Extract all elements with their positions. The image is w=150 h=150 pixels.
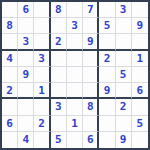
cell-r8c5-given-1[interactable]: 1 [67,116,83,132]
cell-r6c8-empty[interactable] [116,83,132,99]
cell-r4c4-empty[interactable] [51,51,67,67]
cell-r3c6-given-9[interactable]: 9 [83,34,99,50]
cell-r7c8-given-2[interactable]: 2 [116,99,132,115]
cell-r9c6-given-6[interactable]: 6 [83,132,99,148]
cell-r5c1-empty[interactable] [2,67,18,83]
cell-r3c7-empty[interactable] [99,34,115,50]
cell-r4c6-empty[interactable] [83,51,99,67]
cell-r5c6-empty[interactable] [83,67,99,83]
cell-r7c7-empty[interactable] [99,99,115,115]
cell-r2c8-empty[interactable] [116,18,132,34]
cell-r9c7-empty[interactable] [99,132,115,148]
cell-r5c7-empty[interactable] [99,67,115,83]
cell-r5c2-given-9[interactable]: 9 [18,67,34,83]
cell-r1c2-given-6[interactable]: 6 [18,2,34,18]
cell-r3c9-empty[interactable] [132,34,148,50]
cell-r8c2-empty[interactable] [18,116,34,132]
cell-r4c7-given-2[interactable]: 2 [99,51,115,67]
cell-r2c3-empty[interactable] [34,18,50,34]
cell-r8c8-empty[interactable] [116,116,132,132]
cell-r4c2-empty[interactable] [18,51,34,67]
cell-r2c9-given-9[interactable]: 9 [132,18,148,34]
cell-r4c9-given-1[interactable]: 1 [132,51,148,67]
cell-r7c9-empty[interactable] [132,99,148,115]
cell-r5c4-empty[interactable] [51,67,67,83]
cell-r6c4-empty[interactable] [51,83,67,99]
cell-r4c8-empty[interactable] [116,51,132,67]
cell-r6c1-given-2[interactable]: 2 [2,83,18,99]
cell-r7c3-empty[interactable] [34,99,50,115]
cell-r3c8-empty[interactable] [116,34,132,50]
cell-r3c5-empty[interactable] [67,34,83,50]
cell-r6c2-empty[interactable] [18,83,34,99]
cell-r7c6-given-8[interactable]: 8 [83,99,99,115]
cell-r3c4-given-2[interactable]: 2 [51,34,67,50]
cell-r8c9-given-5[interactable]: 5 [132,116,148,132]
cell-r5c5-empty[interactable] [67,67,83,83]
cell-r3c2-given-3[interactable]: 3 [18,34,34,50]
cell-r6c3-given-1[interactable]: 1 [34,83,50,99]
cell-r9c2-given-4[interactable]: 4 [18,132,34,148]
cell-r7c5-empty[interactable] [67,99,83,115]
cell-r1c1-empty[interactable] [2,2,18,18]
cell-r2c7-given-5[interactable]: 5 [99,18,115,34]
cell-r9c9-empty[interactable] [132,132,148,148]
cell-r1c7-empty[interactable] [99,2,115,18]
cell-r1c8-given-3[interactable]: 3 [116,2,132,18]
cell-r3c1-empty[interactable] [2,34,18,50]
cell-r4c3-given-3[interactable]: 3 [34,51,50,67]
cell-r8c4-empty[interactable] [51,116,67,132]
cell-r2c1-given-8[interactable]: 8 [2,18,18,34]
cell-r8c1-given-6[interactable]: 6 [2,116,18,132]
cell-r1c3-empty[interactable] [34,2,50,18]
cell-r9c8-given-9[interactable]: 9 [116,132,132,148]
cell-r5c9-empty[interactable] [132,67,148,83]
cell-r6c7-given-9[interactable]: 9 [99,83,115,99]
cell-r8c6-empty[interactable] [83,116,99,132]
cell-r9c1-empty[interactable] [2,132,18,148]
cell-r5c8-given-5[interactable]: 5 [116,67,132,83]
cell-r1c4-given-8[interactable]: 8 [51,2,67,18]
cell-r9c3-empty[interactable] [34,132,50,148]
cell-r4c5-empty[interactable] [67,51,83,67]
cell-r8c3-given-2[interactable]: 2 [34,116,50,132]
cell-r2c5-given-3[interactable]: 3 [67,18,83,34]
cell-r7c4-given-3[interactable]: 3 [51,99,67,115]
cell-r6c6-empty[interactable] [83,83,99,99]
sudoku-board: 68738359329432195219638262154569 [0,0,150,150]
cell-r1c5-empty[interactable] [67,2,83,18]
cell-r2c2-empty[interactable] [18,18,34,34]
cell-r1c6-given-7[interactable]: 7 [83,2,99,18]
cell-r3c3-empty[interactable] [34,34,50,50]
cell-r8c7-empty[interactable] [99,116,115,132]
cell-r1c9-empty[interactable] [132,2,148,18]
cell-r5c3-empty[interactable] [34,67,50,83]
cell-r9c5-empty[interactable] [67,132,83,148]
cell-r7c1-empty[interactable] [2,99,18,115]
cell-r6c9-given-6[interactable]: 6 [132,83,148,99]
cell-r6c5-empty[interactable] [67,83,83,99]
cell-r2c4-empty[interactable] [51,18,67,34]
cell-r7c2-empty[interactable] [18,99,34,115]
cell-r9c4-given-5[interactable]: 5 [51,132,67,148]
cell-r2c6-empty[interactable] [83,18,99,34]
cell-r4c1-given-4[interactable]: 4 [2,51,18,67]
